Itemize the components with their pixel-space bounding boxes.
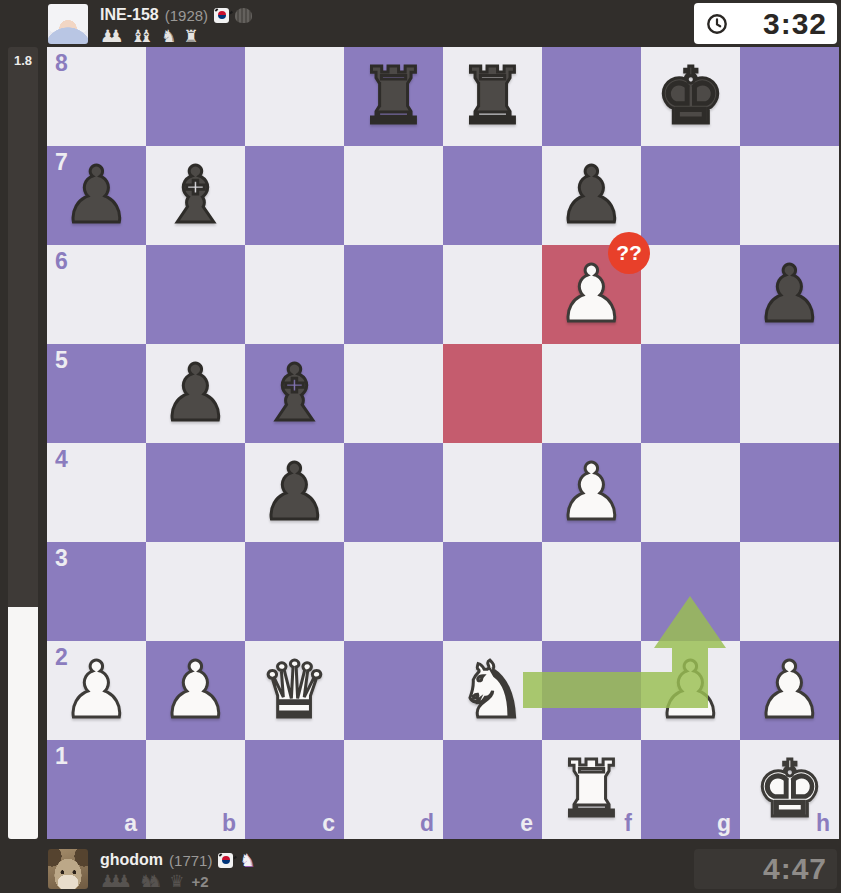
square-h3[interactable] [740,542,839,641]
file-label-a: a [124,810,137,837]
captured-rook-group: ♜ [183,26,198,46]
square-b4[interactable] [146,443,245,542]
square-a5[interactable]: 5 [47,344,146,443]
square-g3[interactable] [641,542,740,641]
square-g6[interactable] [641,245,740,344]
square-b3[interactable] [146,542,245,641]
piece-white-queen[interactable]: ♛ [245,641,344,740]
south-korea-flag-icon [214,8,229,23]
square-c3[interactable] [245,542,344,641]
square-b5[interactable]: ♟ [146,344,245,443]
piece-white-king[interactable]: ♚ [740,740,839,839]
piece-white-pawn[interactable]: ♟ [542,443,641,542]
board: 8♜♜♚7♟♝♟6♟♟5♟♝4♟♟32♟♟♛♞♟♟1abcdef♜gh♚ [47,47,839,839]
square-d2[interactable] [344,641,443,740]
square-b2[interactable]: ♟ [146,641,245,740]
square-a8[interactable]: 8 [47,47,146,146]
square-d4[interactable] [344,443,443,542]
top-player-avatar[interactable] [48,4,88,44]
top-player-name[interactable]: INE-158 [100,6,159,24]
rank-label-4: 4 [55,446,68,473]
square-b7[interactable]: ♝ [146,146,245,245]
piece-black-pawn[interactable]: ♟ [542,146,641,245]
square-h7[interactable] [740,146,839,245]
square-a1[interactable]: 1a [47,740,146,839]
file-label-g: g [717,810,731,837]
rank-label-6: 6 [55,248,68,275]
bottom-clock-time: 4:47 [694,852,837,886]
bottom-player-bar: ghodom (1771) ♞ ♟♟♟♞♞♛+2 4:47 [0,845,841,893]
square-f1[interactable]: f♜ [542,740,641,839]
piece-white-pawn[interactable]: ♟ [740,641,839,740]
captured-pawn-group: ♟♟ [100,26,123,46]
square-d8[interactable]: ♜ [344,47,443,146]
piece-black-bishop[interactable]: ♝ [146,146,245,245]
square-f5[interactable] [542,344,641,443]
square-e4[interactable] [443,443,542,542]
rank-label-3: 3 [55,545,68,572]
evaluation-bar: 1.8 [8,47,38,839]
top-player-bar: INE-158 (1928) ♟♟♝♝♞♜ 3:32 [0,0,841,47]
league-badge-icon [235,8,252,23]
square-a4[interactable]: 4 [47,443,146,542]
square-a7[interactable]: 7♟ [47,146,146,245]
square-c8[interactable] [245,47,344,146]
square-f4[interactable]: ♟ [542,443,641,542]
square-d3[interactable] [344,542,443,641]
square-h4[interactable] [740,443,839,542]
piece-black-pawn[interactable]: ♟ [245,443,344,542]
square-g5[interactable] [641,344,740,443]
rank-label-5: 5 [55,347,68,374]
square-d6[interactable] [344,245,443,344]
piece-white-pawn[interactable]: ♟ [146,641,245,740]
square-g8[interactable]: ♚ [641,47,740,146]
square-h5[interactable] [740,344,839,443]
file-label-d: d [420,810,434,837]
square-g7[interactable] [641,146,740,245]
captured-knight-group: ♞ [161,26,176,46]
square-e5[interactable] [443,344,542,443]
piece-white-rook[interactable]: ♜ [542,740,641,839]
square-c2[interactable]: ♛ [245,641,344,740]
chess-game-screen: INE-158 (1928) ♟♟♝♝♞♜ 3:32 1.8 8♜♜♚7♟♝♟6… [0,0,841,893]
square-a3[interactable]: 3 [47,542,146,641]
square-e8[interactable]: ♜ [443,47,542,146]
square-e3[interactable] [443,542,542,641]
captured-bishop-group: ♝♝ [130,26,153,46]
piece-black-rook[interactable]: ♜ [344,47,443,146]
evaluation-value: 1.8 [8,53,38,68]
square-h1[interactable]: h♚ [740,740,839,839]
rank-label-1: 1 [55,743,68,770]
bottom-player-name[interactable]: ghodom [100,851,163,869]
file-label-c: c [322,810,335,837]
blunder-badge: ?? [608,232,650,274]
square-b1[interactable]: b [146,740,245,839]
material-advantage: +2 [191,873,208,890]
square-e1[interactable]: e [443,740,542,839]
evaluation-bar-white-fill [8,607,38,839]
south-korea-flag-icon [218,853,233,868]
piece-black-rook[interactable]: ♜ [443,47,542,146]
captured-queen-group: ♛ [169,871,184,891]
bottom-player-avatar[interactable] [48,849,88,889]
square-c1[interactable]: c [245,740,344,839]
piece-black-pawn[interactable]: ♟ [740,245,839,344]
bottom-player-clock: 4:47 [694,849,837,889]
file-label-b: b [222,810,236,837]
square-g1[interactable]: g [641,740,740,839]
piece-black-king[interactable]: ♚ [641,47,740,146]
piece-black-pawn[interactable]: ♟ [146,344,245,443]
square-f2[interactable] [542,641,641,740]
square-e7[interactable] [443,146,542,245]
square-c5[interactable]: ♝ [245,344,344,443]
square-d5[interactable] [344,344,443,443]
board-area: 8♜♜♚7♟♝♟6♟♟5♟♝4♟♟32♟♟♛♞♟♟1abcdef♜gh♚ ?? [47,47,839,839]
piece-white-pawn[interactable]: ♟ [641,641,740,740]
clock-icon [706,13,728,35]
square-c7[interactable] [245,146,344,245]
bottom-player-rating: (1771) [169,852,212,869]
square-g4[interactable] [641,443,740,542]
captured-pawn-group: ♟♟♟ [100,871,132,891]
square-g2[interactable]: ♟ [641,641,740,740]
square-a6[interactable]: 6 [47,245,146,344]
square-b6[interactable] [146,245,245,344]
square-f8[interactable] [542,47,641,146]
top-player-clock: 3:32 [694,3,837,44]
square-f7[interactable]: ♟ [542,146,641,245]
file-label-e: e [520,810,533,837]
square-d7[interactable] [344,146,443,245]
square-h8[interactable] [740,47,839,146]
top-clock-time: 3:32 [728,7,837,41]
square-e2[interactable]: ♞ [443,641,542,740]
square-b8[interactable] [146,47,245,146]
piece-black-pawn[interactable]: ♟ [47,146,146,245]
square-a2[interactable]: 2♟ [47,641,146,740]
square-e6[interactable] [443,245,542,344]
rank-label-8: 8 [55,50,68,77]
square-f3[interactable] [542,542,641,641]
piece-black-bishop[interactable]: ♝ [245,344,344,443]
square-d1[interactable]: d [344,740,443,839]
bottom-captured-pieces: ♟♟♟♞♞♛+2 [100,871,255,891]
top-player-rating: (1928) [165,7,208,24]
square-h2[interactable]: ♟ [740,641,839,740]
piece-white-pawn[interactable]: ♟ [47,641,146,740]
unicorn-icon: ♞ [239,853,254,868]
top-captured-pieces: ♟♟♝♝♞♜ [100,26,252,46]
square-h6[interactable]: ♟ [740,245,839,344]
square-c6[interactable] [245,245,344,344]
piece-white-knight[interactable]: ♞ [443,641,542,740]
captured-knight-group: ♞♞ [139,871,162,891]
square-c4[interactable]: ♟ [245,443,344,542]
